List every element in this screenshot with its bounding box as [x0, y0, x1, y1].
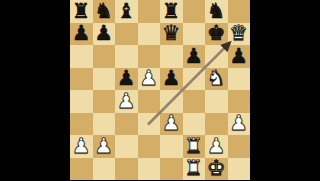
- square-e1[interactable]: [160, 158, 183, 181]
- piece-black-knight[interactable]: ♞: [94, 0, 113, 21]
- square-d5[interactable]: ♟: [138, 68, 161, 91]
- square-f6[interactable]: ♟: [183, 45, 206, 68]
- letterbox-right: [250, 0, 320, 180]
- square-b4[interactable]: [93, 90, 116, 113]
- piece-white-pawn[interactable]: ♟: [207, 135, 226, 156]
- piece-black-queen[interactable]: ♛: [162, 23, 181, 44]
- square-b3[interactable]: [93, 113, 116, 136]
- piece-black-rook[interactable]: ♜: [162, 0, 181, 21]
- square-g7[interactable]: ♚: [205, 23, 228, 46]
- piece-white-pawn[interactable]: ♟: [94, 135, 113, 156]
- square-b6[interactable]: [93, 45, 116, 68]
- square-a1[interactable]: [70, 158, 93, 181]
- square-c2[interactable]: [115, 135, 138, 158]
- chess-board[interactable]: ♜♞♝♜♞♟♟♛♚♛♟♟♟♟♟♞♟♟♟♟♟♜♟♜♚: [70, 0, 250, 180]
- square-h3[interactable]: ♟: [228, 113, 251, 136]
- square-h5[interactable]: [228, 68, 251, 91]
- square-f2[interactable]: ♜: [183, 135, 206, 158]
- square-d1[interactable]: [138, 158, 161, 181]
- square-g8[interactable]: ♞: [205, 0, 228, 23]
- square-b8[interactable]: ♞: [93, 0, 116, 23]
- square-d6[interactable]: [138, 45, 161, 68]
- square-g5[interactable]: ♞: [205, 68, 228, 91]
- square-a4[interactable]: [70, 90, 93, 113]
- square-a3[interactable]: [70, 113, 93, 136]
- square-h4[interactable]: [228, 90, 251, 113]
- square-e4[interactable]: [160, 90, 183, 113]
- piece-white-knight[interactable]: ♞: [207, 68, 226, 89]
- square-b7[interactable]: ♟: [93, 23, 116, 46]
- piece-white-rook[interactable]: ♜: [184, 158, 203, 179]
- square-g3[interactable]: [205, 113, 228, 136]
- square-c6[interactable]: [115, 45, 138, 68]
- square-a6[interactable]: [70, 45, 93, 68]
- square-f1[interactable]: ♜: [183, 158, 206, 181]
- screenshot-stage: ♜♞♝♜♞♟♟♛♚♛♟♟♟♟♟♞♟♟♟♟♟♜♟♜♚: [0, 0, 320, 180]
- square-e3[interactable]: ♟: [160, 113, 183, 136]
- piece-black-pawn[interactable]: ♟: [229, 45, 248, 66]
- square-e7[interactable]: ♛: [160, 23, 183, 46]
- square-e6[interactable]: [160, 45, 183, 68]
- square-e2[interactable]: [160, 135, 183, 158]
- square-b1[interactable]: [93, 158, 116, 181]
- square-f4[interactable]: [183, 90, 206, 113]
- piece-black-pawn[interactable]: ♟: [162, 68, 181, 89]
- square-b2[interactable]: ♟: [93, 135, 116, 158]
- piece-black-pawn[interactable]: ♟: [94, 23, 113, 44]
- square-d2[interactable]: [138, 135, 161, 158]
- square-d7[interactable]: [138, 23, 161, 46]
- piece-white-pawn[interactable]: ♟: [139, 68, 158, 89]
- piece-white-pawn[interactable]: ♟: [72, 135, 91, 156]
- square-f7[interactable]: [183, 23, 206, 46]
- square-f8[interactable]: [183, 0, 206, 23]
- square-g4[interactable]: [205, 90, 228, 113]
- piece-white-pawn[interactable]: ♟: [229, 113, 248, 134]
- square-c1[interactable]: [115, 158, 138, 181]
- square-h8[interactable]: [228, 0, 251, 23]
- letterbox-left: [0, 0, 70, 180]
- piece-white-pawn[interactable]: ♟: [162, 113, 181, 134]
- square-g6[interactable]: [205, 45, 228, 68]
- square-d8[interactable]: [138, 0, 161, 23]
- piece-black-pawn[interactable]: ♟: [184, 45, 203, 66]
- piece-black-rook[interactable]: ♜: [72, 0, 91, 21]
- square-c4[interactable]: ♟: [115, 90, 138, 113]
- square-b5[interactable]: [93, 68, 116, 91]
- square-f5[interactable]: [183, 68, 206, 91]
- piece-white-pawn[interactable]: ♟: [117, 90, 136, 111]
- piece-white-rook[interactable]: ♜: [184, 135, 203, 156]
- piece-black-pawn[interactable]: ♟: [117, 68, 136, 89]
- piece-black-king[interactable]: ♚: [207, 23, 226, 44]
- square-c5[interactable]: ♟: [115, 68, 138, 91]
- square-d3[interactable]: [138, 113, 161, 136]
- square-d4[interactable]: [138, 90, 161, 113]
- square-a7[interactable]: ♟: [70, 23, 93, 46]
- square-e8[interactable]: ♜: [160, 0, 183, 23]
- square-h2[interactable]: [228, 135, 251, 158]
- square-e5[interactable]: ♟: [160, 68, 183, 91]
- square-h1[interactable]: [228, 158, 251, 181]
- square-h7[interactable]: ♛: [228, 23, 251, 46]
- square-f3[interactable]: [183, 113, 206, 136]
- square-c8[interactable]: ♝: [115, 0, 138, 23]
- square-a2[interactable]: ♟: [70, 135, 93, 158]
- square-a8[interactable]: ♜: [70, 0, 93, 23]
- square-c7[interactable]: [115, 23, 138, 46]
- square-c3[interactable]: [115, 113, 138, 136]
- piece-black-bishop[interactable]: ♝: [117, 0, 136, 21]
- piece-white-queen[interactable]: ♛: [229, 23, 248, 44]
- square-a5[interactable]: [70, 68, 93, 91]
- square-g2[interactable]: ♟: [205, 135, 228, 158]
- piece-white-king[interactable]: ♚: [207, 158, 226, 179]
- square-h6[interactable]: ♟: [228, 45, 251, 68]
- piece-black-pawn[interactable]: ♟: [72, 23, 91, 44]
- square-g1[interactable]: ♚: [205, 158, 228, 181]
- piece-black-knight[interactable]: ♞: [207, 0, 226, 21]
